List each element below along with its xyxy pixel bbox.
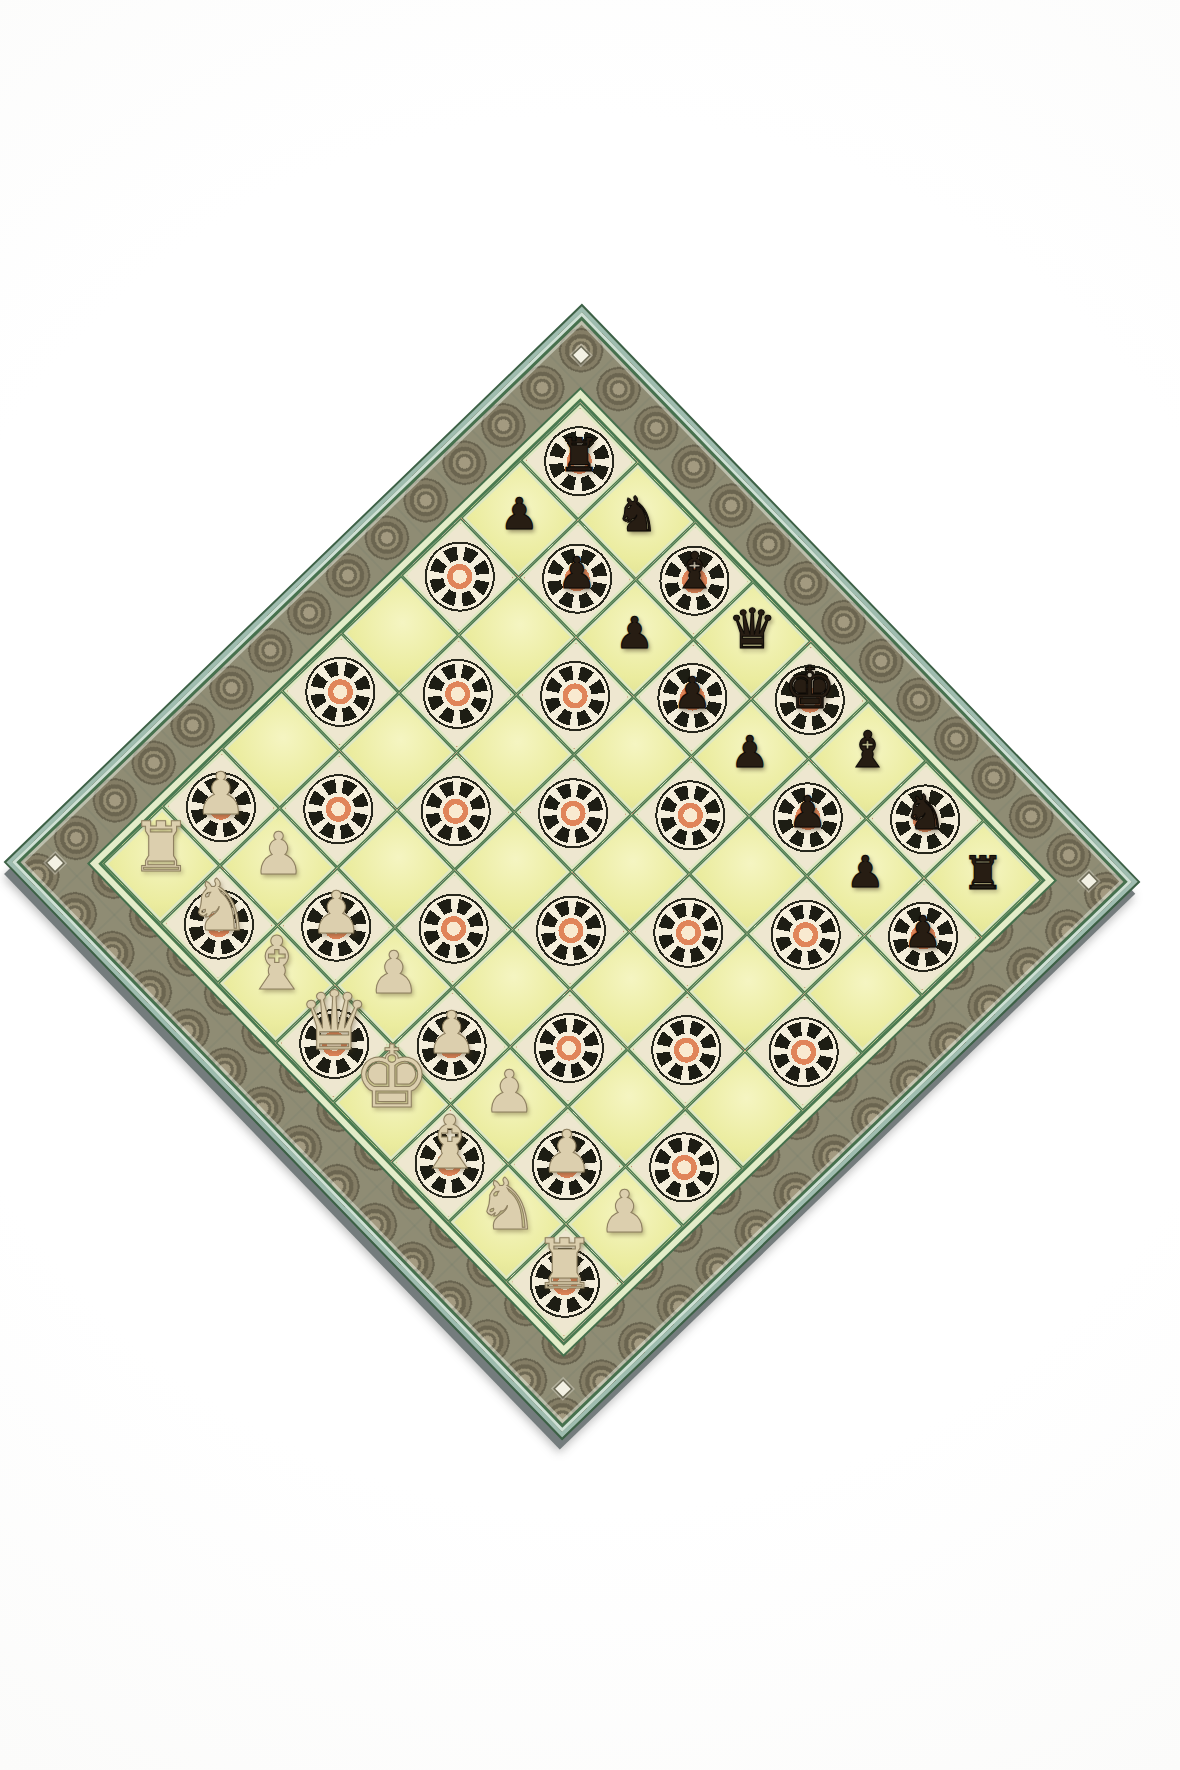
white-pawn-glyph: ♟ xyxy=(598,1182,651,1241)
black-pawn-glyph: ♟ xyxy=(558,551,597,595)
white-bishop-glyph: ♝ xyxy=(416,1106,482,1180)
black-pawn-glyph: ♟ xyxy=(846,850,885,894)
black-queen-glyph: ♛ xyxy=(727,601,776,656)
black-knight-glyph: ♞ xyxy=(904,787,947,835)
white-knight-glyph: ♞ xyxy=(475,1168,539,1239)
frame-corner-inlay xyxy=(573,347,589,363)
white-pawn-glyph: ♟ xyxy=(368,944,421,1003)
black-bishop-glyph: ♝ xyxy=(845,726,890,776)
white-rook-glyph: ♜ xyxy=(130,812,192,881)
chessboard-grid: ♜♞♝♛♚♝♞♜♟♟♟♟♟♟♟♟♟♟♟♟♟♟♟♟♜♞♝♛♚♝♞♜ xyxy=(98,398,1045,1345)
white-rook-glyph: ♜ xyxy=(534,1230,596,1299)
black-pawn-glyph: ♟ xyxy=(615,611,654,655)
frame-corner-inlay xyxy=(47,855,63,871)
black-knight-glyph: ♞ xyxy=(615,489,658,537)
black-pawn-glyph: ♟ xyxy=(788,790,827,834)
frame-corner-inlay xyxy=(1081,873,1097,889)
black-pawn-glyph: ♟ xyxy=(500,491,539,535)
black-rook-glyph: ♜ xyxy=(962,849,1004,895)
black-pawn-glyph: ♟ xyxy=(904,909,943,953)
black-pawn-glyph: ♟ xyxy=(673,671,712,715)
black-bishop-glyph: ♝ xyxy=(672,547,717,597)
black-pawn-glyph: ♟ xyxy=(731,730,770,774)
white-pawn-glyph: ♟ xyxy=(310,884,363,943)
white-pawn-glyph: ♟ xyxy=(541,1123,594,1182)
white-pawn-glyph: ♟ xyxy=(252,824,305,883)
white-knight-glyph: ♞ xyxy=(187,869,251,940)
white-pawn-glyph: ♟ xyxy=(483,1063,536,1122)
black-rook-glyph: ♜ xyxy=(558,431,600,477)
white-pawn-glyph: ♟ xyxy=(195,764,248,823)
photo-scene: ♜♞♝♛♚♝♞♜♟♟♟♟♟♟♟♟♟♟♟♟♟♟♟♟♜♞♝♛♚♝♞♜ xyxy=(0,0,1180,1770)
white-pawn-glyph: ♟ xyxy=(425,1003,478,1062)
black-king-glyph: ♚ xyxy=(784,658,836,717)
chessboard-frame: ♜♞♝♛♚♝♞♜♟♟♟♟♟♟♟♟♟♟♟♟♟♟♟♟♜♞♝♛♚♝♞♜ xyxy=(6,306,1137,1437)
frame-corner-inlay xyxy=(555,1381,571,1397)
